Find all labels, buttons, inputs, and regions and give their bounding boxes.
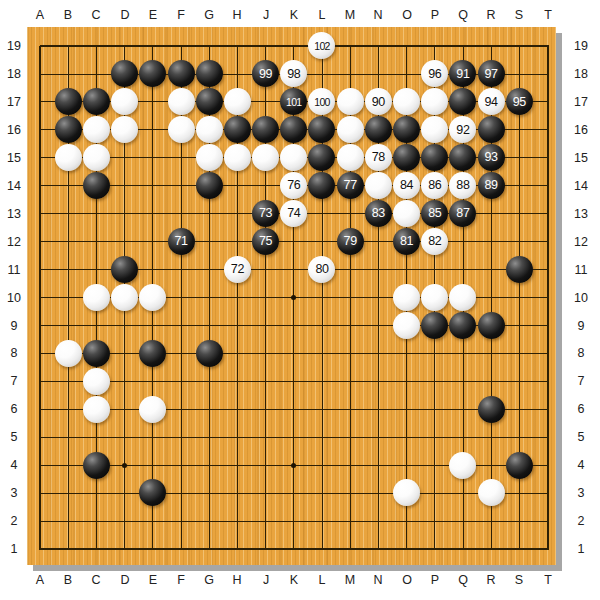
move-number-label: 74 — [287, 207, 300, 220]
coord-right-4: 4 — [568, 457, 594, 473]
move-number-label: 101 — [286, 97, 301, 108]
stone-white-Q14: 88 — [449, 172, 476, 199]
move-number-label: 89 — [485, 179, 498, 192]
coord-left-13: 13 — [1, 206, 27, 222]
move-number-label: 72 — [231, 263, 244, 276]
coord-left-9: 9 — [1, 318, 27, 334]
stone-black-P9 — [421, 312, 448, 339]
coord-top-H: H — [223, 7, 251, 23]
move-number-label: 84 — [400, 179, 413, 192]
move-number-label: 80 — [315, 263, 328, 276]
coord-right-11: 11 — [568, 262, 594, 278]
stone-black-L15 — [308, 144, 335, 171]
stone-black-R9 — [478, 312, 505, 339]
stone-black-G18 — [196, 60, 223, 87]
move-number-label: 93 — [485, 151, 498, 164]
stone-white-H15 — [224, 144, 251, 171]
coord-right-7: 7 — [568, 373, 594, 389]
stone-white-P17 — [421, 88, 448, 115]
coord-top-D: D — [111, 7, 139, 23]
stone-black-F12: 71 — [168, 228, 195, 255]
stone-black-C8 — [83, 340, 110, 367]
go-diagram: 1029998969197101100909495927893767784868… — [0, 0, 600, 600]
stone-white-P16 — [421, 116, 448, 143]
stone-black-P15 — [421, 144, 448, 171]
coord-right-3: 3 — [568, 485, 594, 501]
move-number-label: 91 — [456, 68, 469, 81]
stone-black-Q17 — [449, 88, 476, 115]
stone-white-D16 — [111, 116, 138, 143]
stone-white-P18: 96 — [421, 60, 448, 87]
coord-bottom-O: O — [393, 572, 421, 588]
stone-white-D10 — [111, 284, 138, 311]
star-point-K10 — [291, 295, 296, 300]
move-number-label: 94 — [485, 96, 498, 109]
stone-black-O15 — [393, 144, 420, 171]
coord-bottom-H: H — [223, 572, 251, 588]
coord-left-4: 4 — [1, 457, 27, 473]
move-number-label: 96 — [428, 68, 441, 81]
stone-black-G8 — [196, 340, 223, 367]
coord-bottom-R: R — [477, 572, 505, 588]
stone-white-N14 — [365, 172, 392, 199]
coord-bottom-S: S — [505, 572, 533, 588]
stone-black-M12: 79 — [337, 228, 364, 255]
stone-white-D17 — [111, 88, 138, 115]
stone-black-Q13: 87 — [449, 200, 476, 227]
stone-black-K16 — [280, 116, 307, 143]
move-number-label: 86 — [428, 179, 441, 192]
coord-top-P: P — [421, 7, 449, 23]
stone-black-Q15 — [449, 144, 476, 171]
go-board: 1029998969197101100909495927893767784868… — [27, 27, 556, 565]
stone-white-L17: 100 — [308, 88, 335, 115]
coord-top-O: O — [393, 7, 421, 23]
stone-white-C16 — [83, 116, 110, 143]
coord-bottom-N: N — [364, 572, 392, 588]
stone-black-E8 — [139, 340, 166, 367]
coord-left-19: 19 — [1, 38, 27, 54]
coord-right-16: 16 — [568, 122, 594, 138]
coord-right-10: 10 — [568, 290, 594, 306]
move-number-label: 73 — [259, 207, 272, 220]
coord-left-18: 18 — [1, 66, 27, 82]
coord-right-5: 5 — [568, 429, 594, 445]
coord-right-15: 15 — [568, 150, 594, 166]
stone-white-O3 — [393, 479, 420, 506]
coord-left-1: 1 — [1, 541, 27, 557]
coord-bottom-B: B — [54, 572, 82, 588]
coord-left-2: 2 — [1, 513, 27, 529]
coord-bottom-A: A — [26, 572, 54, 588]
move-number-label: 90 — [372, 96, 385, 109]
coord-bottom-P: P — [421, 572, 449, 588]
coord-top-K: K — [280, 7, 308, 23]
move-number-label: 76 — [287, 179, 300, 192]
stone-black-J13: 73 — [252, 200, 279, 227]
stone-black-F18 — [168, 60, 195, 87]
coord-right-6: 6 — [568, 401, 594, 417]
stone-black-D11 — [111, 256, 138, 283]
coord-left-7: 7 — [1, 373, 27, 389]
move-number-label: 92 — [456, 124, 469, 137]
move-number-label: 77 — [344, 179, 357, 192]
stone-white-R3 — [478, 479, 505, 506]
stone-white-B15 — [55, 144, 82, 171]
coord-left-6: 6 — [1, 401, 27, 417]
coord-top-F: F — [167, 7, 195, 23]
stone-white-N15: 78 — [365, 144, 392, 171]
coord-top-S: S — [505, 7, 533, 23]
stone-white-P12: 82 — [421, 228, 448, 255]
stone-black-L14 — [308, 172, 335, 199]
coord-left-8: 8 — [1, 345, 27, 361]
stone-black-S11 — [506, 256, 533, 283]
move-number-label: 95 — [513, 96, 526, 109]
coord-left-17: 17 — [1, 94, 27, 110]
move-number-label: 78 — [372, 151, 385, 164]
move-number-label: 75 — [259, 235, 272, 248]
stone-white-O17 — [393, 88, 420, 115]
coord-bottom-D: D — [111, 572, 139, 588]
stone-white-O10 — [393, 284, 420, 311]
stone-white-M15 — [337, 144, 364, 171]
coord-bottom-L: L — [308, 572, 336, 588]
coord-top-G: G — [195, 7, 223, 23]
move-number-label: 81 — [400, 235, 413, 248]
stone-black-C14 — [83, 172, 110, 199]
coord-right-2: 2 — [568, 513, 594, 529]
coord-bottom-J: J — [252, 572, 280, 588]
coord-right-8: 8 — [568, 345, 594, 361]
coord-right-13: 13 — [568, 206, 594, 222]
coord-bottom-K: K — [280, 572, 308, 588]
stone-black-C4 — [83, 452, 110, 479]
coord-left-12: 12 — [1, 234, 27, 250]
stone-white-K15 — [280, 144, 307, 171]
move-number-label: 71 — [174, 235, 187, 248]
coord-bottom-T: T — [534, 572, 562, 588]
board-grid: 1029998969197101100909495927893767784868… — [26, 32, 562, 563]
stone-black-R6 — [478, 396, 505, 423]
coord-bottom-Q: Q — [449, 572, 477, 588]
coord-right-12: 12 — [568, 234, 594, 250]
stone-white-C10 — [83, 284, 110, 311]
stone-white-O9 — [393, 312, 420, 339]
coord-right-19: 19 — [568, 38, 594, 54]
coord-bottom-C: C — [82, 572, 110, 588]
stone-white-Q10 — [449, 284, 476, 311]
star-point-D4 — [122, 463, 127, 468]
stone-black-E3 — [139, 479, 166, 506]
stone-black-R18: 97 — [478, 60, 505, 87]
stone-black-P13: 85 — [421, 200, 448, 227]
stone-white-J15 — [252, 144, 279, 171]
move-number-label: 99 — [259, 68, 272, 81]
stone-black-J12: 75 — [252, 228, 279, 255]
stone-black-D18 — [111, 60, 138, 87]
stone-white-F16 — [168, 116, 195, 143]
coord-top-T: T — [534, 7, 562, 23]
stone-black-C17 — [83, 88, 110, 115]
stone-white-G15 — [196, 144, 223, 171]
coord-top-N: N — [364, 7, 392, 23]
stone-white-K18: 98 — [280, 60, 307, 87]
stone-white-C15 — [83, 144, 110, 171]
stone-white-K14: 76 — [280, 172, 307, 199]
stone-black-J16 — [252, 116, 279, 143]
stone-white-M16 — [337, 116, 364, 143]
stone-black-E18 — [139, 60, 166, 87]
coord-right-9: 9 — [568, 318, 594, 334]
stone-black-K17: 101 — [280, 88, 307, 115]
stone-white-P14: 86 — [421, 172, 448, 199]
stone-white-M17 — [337, 88, 364, 115]
stone-black-H16 — [224, 116, 251, 143]
coord-top-A: A — [26, 7, 54, 23]
coord-top-C: C — [82, 7, 110, 23]
stone-black-N16 — [365, 116, 392, 143]
stone-white-O14: 84 — [393, 172, 420, 199]
coord-right-14: 14 — [568, 178, 594, 194]
move-number-label: 82 — [428, 235, 441, 248]
coord-top-Q: Q — [449, 7, 477, 23]
coord-right-17: 17 — [568, 94, 594, 110]
stone-white-C7 — [83, 368, 110, 395]
stone-white-E10 — [139, 284, 166, 311]
stone-black-R14: 89 — [478, 172, 505, 199]
stone-white-L11: 80 — [308, 256, 335, 283]
stone-black-G14 — [196, 172, 223, 199]
coord-bottom-G: G — [195, 572, 223, 588]
stone-white-L19: 102 — [308, 32, 335, 59]
stone-black-S4 — [506, 452, 533, 479]
move-number-label: 79 — [344, 235, 357, 248]
coord-left-11: 11 — [1, 262, 27, 278]
stone-black-M14: 77 — [337, 172, 364, 199]
move-number-label: 88 — [456, 179, 469, 192]
stone-white-G16 — [196, 116, 223, 143]
move-number-label: 85 — [428, 207, 441, 220]
move-number-label: 83 — [372, 207, 385, 220]
coord-right-18: 18 — [568, 66, 594, 82]
stone-white-O13 — [393, 200, 420, 227]
stone-white-K13: 74 — [280, 200, 307, 227]
coord-top-R: R — [477, 7, 505, 23]
stone-black-O12: 81 — [393, 228, 420, 255]
stone-black-N13: 83 — [365, 200, 392, 227]
stone-black-L16 — [308, 116, 335, 143]
move-number-label: 97 — [485, 68, 498, 81]
stone-black-Q9 — [449, 312, 476, 339]
star-point-K4 — [291, 463, 296, 468]
stone-black-S17: 95 — [506, 88, 533, 115]
coord-left-5: 5 — [1, 429, 27, 445]
stone-white-H17 — [224, 88, 251, 115]
stone-white-Q4 — [449, 452, 476, 479]
coord-bottom-E: E — [139, 572, 167, 588]
coord-bottom-M: M — [336, 572, 364, 588]
coord-bottom-F: F — [167, 572, 195, 588]
stone-white-P10 — [421, 284, 448, 311]
coord-right-1: 1 — [568, 541, 594, 557]
stone-black-O16 — [393, 116, 420, 143]
stone-black-Q18: 91 — [449, 60, 476, 87]
stone-black-R15: 93 — [478, 144, 505, 171]
stone-black-B16 — [55, 116, 82, 143]
stone-white-B8 — [55, 340, 82, 367]
stone-black-R16 — [478, 116, 505, 143]
stone-black-G17 — [196, 88, 223, 115]
stone-white-E6 — [139, 396, 166, 423]
stone-white-Q16: 92 — [449, 116, 476, 143]
move-number-label: 98 — [287, 68, 300, 81]
move-number-label: 102 — [314, 41, 329, 52]
stone-white-N17: 90 — [365, 88, 392, 115]
stone-white-C6 — [83, 396, 110, 423]
stone-white-R17: 94 — [478, 88, 505, 115]
coord-top-B: B — [54, 7, 82, 23]
coord-top-J: J — [252, 7, 280, 23]
stone-black-J18: 99 — [252, 60, 279, 87]
coord-top-M: M — [336, 7, 364, 23]
move-number-label: 100 — [314, 97, 329, 108]
stone-black-B17 — [55, 88, 82, 115]
coord-left-16: 16 — [1, 122, 27, 138]
stone-white-F17 — [168, 88, 195, 115]
coord-left-3: 3 — [1, 485, 27, 501]
coord-left-10: 10 — [1, 290, 27, 306]
coord-top-L: L — [308, 7, 336, 23]
coord-top-E: E — [139, 7, 167, 23]
move-number-label: 87 — [456, 207, 469, 220]
coord-left-14: 14 — [1, 178, 27, 194]
coord-left-15: 15 — [1, 150, 27, 166]
stone-white-H11: 72 — [224, 256, 251, 283]
